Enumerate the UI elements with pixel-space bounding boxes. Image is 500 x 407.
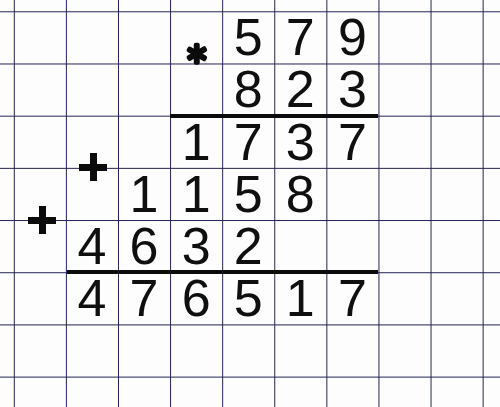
grid-digit: 1: [170, 168, 222, 220]
grid-digit: 7: [222, 116, 274, 168]
grid-digit: 4: [66, 272, 118, 324]
grid-digit: 1: [170, 116, 222, 168]
grid-digit: 1: [118, 168, 170, 220]
grid-digit: 7: [274, 11, 326, 63]
plus-operator-icon-2: [28, 206, 56, 234]
grid-digit: 9: [326, 11, 378, 63]
multiplication-rule-line: [170, 114, 378, 119]
grid-digit: 4: [66, 220, 118, 272]
digit-grid: 579823173711584632476517: [14, 11, 483, 376]
grid-digit: 5: [222, 168, 274, 220]
grid-digit: 2: [222, 220, 274, 272]
grid-digit: 3: [274, 116, 326, 168]
plus-operator-icon-1: [79, 153, 107, 181]
grid-digit: 7: [118, 272, 170, 324]
sum-rule-line: [67, 270, 378, 275]
plus-vertical-bar: [90, 153, 97, 181]
grid-digit: 5: [222, 272, 274, 324]
grid-digit: 3: [170, 220, 222, 272]
squared-paper-board: 579823173711584632476517: [0, 0, 500, 407]
grid-digit: 2: [274, 63, 326, 115]
grid-digit: 5: [222, 11, 274, 63]
grid-digit: 6: [170, 272, 222, 324]
grid-digit: 7: [326, 272, 378, 324]
multiply-operator-icon: [186, 43, 208, 65]
grid-digit: 1: [274, 272, 326, 324]
plus-vertical-bar: [39, 206, 46, 234]
grid-digit: 8: [274, 168, 326, 220]
grid-digit: 7: [326, 116, 378, 168]
grid-digit: 6: [118, 220, 170, 272]
grid-digit: 3: [326, 63, 378, 115]
grid-digit: 8: [222, 63, 274, 115]
